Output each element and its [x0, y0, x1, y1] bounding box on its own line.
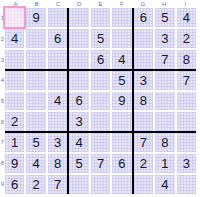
cell-C4[interactable] [48, 71, 67, 90]
cell-C9[interactable]: 7 [48, 175, 67, 194]
cell-B6[interactable] [26, 112, 45, 131]
cell-F6[interactable] [112, 112, 131, 131]
box-divider-vertical-2 [132, 8, 134, 194]
cell-A4[interactable] [5, 71, 24, 90]
sudoku-app: ABCDEFGHI 123456789 96544653264785374698… [0, 0, 200, 197]
cell-C5[interactable]: 4 [48, 92, 67, 111]
box-divider-horizontal-1 [5, 69, 196, 71]
cell-F1[interactable] [112, 8, 131, 27]
cell-E8[interactable]: 7 [91, 154, 110, 173]
cell-H1[interactable]: 5 [155, 8, 174, 27]
cell-H5[interactable] [155, 92, 174, 111]
cell-H2[interactable]: 3 [155, 29, 174, 48]
cell-F7[interactable] [112, 133, 131, 152]
cell-G2[interactable] [134, 29, 153, 48]
cell-D1[interactable] [69, 8, 88, 27]
cell-B3[interactable] [26, 50, 45, 69]
cell-B1[interactable]: 9 [26, 8, 45, 27]
cell-B5[interactable] [26, 92, 45, 111]
cell-A7[interactable]: 1 [5, 133, 24, 152]
col-label-I: I [175, 0, 196, 8]
cell-A2[interactable]: 4 [5, 29, 24, 48]
cell-I8[interactable]: 3 [177, 154, 196, 173]
cell-E9[interactable] [91, 175, 110, 194]
col-label-C: C [47, 0, 68, 8]
cell-E6[interactable] [91, 112, 110, 131]
cell-H6[interactable] [155, 112, 174, 131]
cell-A3[interactable] [5, 50, 24, 69]
cell-B7[interactable]: 5 [26, 133, 45, 152]
cell-H3[interactable]: 7 [155, 50, 174, 69]
cell-G5[interactable]: 8 [134, 92, 153, 111]
cell-A1[interactable] [5, 8, 24, 27]
cell-I4[interactable]: 7 [177, 71, 196, 90]
cell-F3[interactable]: 4 [112, 50, 131, 69]
cell-I6[interactable] [177, 112, 196, 131]
col-label-G: G [132, 0, 153, 8]
cell-C6[interactable] [48, 112, 67, 131]
col-label-F: F [111, 0, 132, 8]
cell-F4[interactable]: 5 [112, 71, 131, 90]
cell-C8[interactable]: 8 [48, 154, 67, 173]
col-label-B: B [26, 0, 47, 8]
cell-G7[interactable]: 7 [134, 133, 153, 152]
cell-E4[interactable] [91, 71, 110, 90]
cell-H9[interactable]: 4 [155, 175, 174, 194]
cell-I3[interactable]: 8 [177, 50, 196, 69]
cell-D7[interactable]: 4 [69, 133, 88, 152]
cell-E3[interactable]: 6 [91, 50, 110, 69]
cell-E7[interactable] [91, 133, 110, 152]
column-labels: ABCDEFGHI [5, 0, 196, 8]
cell-F8[interactable]: 6 [112, 154, 131, 173]
cell-C1[interactable] [48, 8, 67, 27]
cell-H4[interactable] [155, 71, 174, 90]
cell-D3[interactable] [69, 50, 88, 69]
col-label-D: D [69, 0, 90, 8]
box-divider-vertical-1 [67, 8, 69, 194]
cell-I5[interactable] [177, 92, 196, 111]
cell-D2[interactable] [69, 29, 88, 48]
cell-G9[interactable] [134, 175, 153, 194]
cell-I9[interactable] [177, 175, 196, 194]
col-label-A: A [5, 0, 26, 8]
box-divider-horizontal-2 [5, 131, 196, 133]
cell-I1[interactable]: 4 [177, 8, 196, 27]
cell-D9[interactable] [69, 175, 88, 194]
cell-D4[interactable] [69, 71, 88, 90]
cell-G1[interactable]: 6 [134, 8, 153, 27]
cell-G6[interactable] [134, 112, 153, 131]
cell-I7[interactable] [177, 133, 196, 152]
cell-D5[interactable]: 6 [69, 92, 88, 111]
cell-F2[interactable] [112, 29, 131, 48]
cell-B8[interactable]: 4 [26, 154, 45, 173]
cell-F9[interactable] [112, 175, 131, 194]
cell-H7[interactable]: 8 [155, 133, 174, 152]
cell-B4[interactable] [26, 71, 45, 90]
cell-E2[interactable]: 5 [91, 29, 110, 48]
cell-H8[interactable]: 1 [155, 154, 174, 173]
cell-B2[interactable] [26, 29, 45, 48]
cell-C2[interactable]: 6 [48, 29, 67, 48]
cell-I2[interactable]: 2 [177, 29, 196, 48]
col-label-H: H [154, 0, 175, 8]
cell-C3[interactable] [48, 50, 67, 69]
cell-D8[interactable]: 5 [69, 154, 88, 173]
col-label-E: E [90, 0, 111, 8]
cell-A6[interactable]: 2 [5, 112, 24, 131]
cell-E1[interactable] [91, 8, 110, 27]
cell-A8[interactable]: 9 [5, 154, 24, 173]
cell-G3[interactable] [134, 50, 153, 69]
cell-G8[interactable]: 2 [134, 154, 153, 173]
cell-A5[interactable] [5, 92, 24, 111]
cell-A9[interactable]: 6 [5, 175, 24, 194]
sudoku-board: 9654465326478537469823153478948576213627… [5, 8, 196, 194]
cell-E5[interactable] [91, 92, 110, 111]
cell-F5[interactable]: 9 [112, 92, 131, 111]
cell-C7[interactable]: 3 [48, 133, 67, 152]
cell-D6[interactable]: 3 [69, 112, 88, 131]
cell-G4[interactable]: 3 [134, 71, 153, 90]
cell-B9[interactable]: 2 [26, 175, 45, 194]
